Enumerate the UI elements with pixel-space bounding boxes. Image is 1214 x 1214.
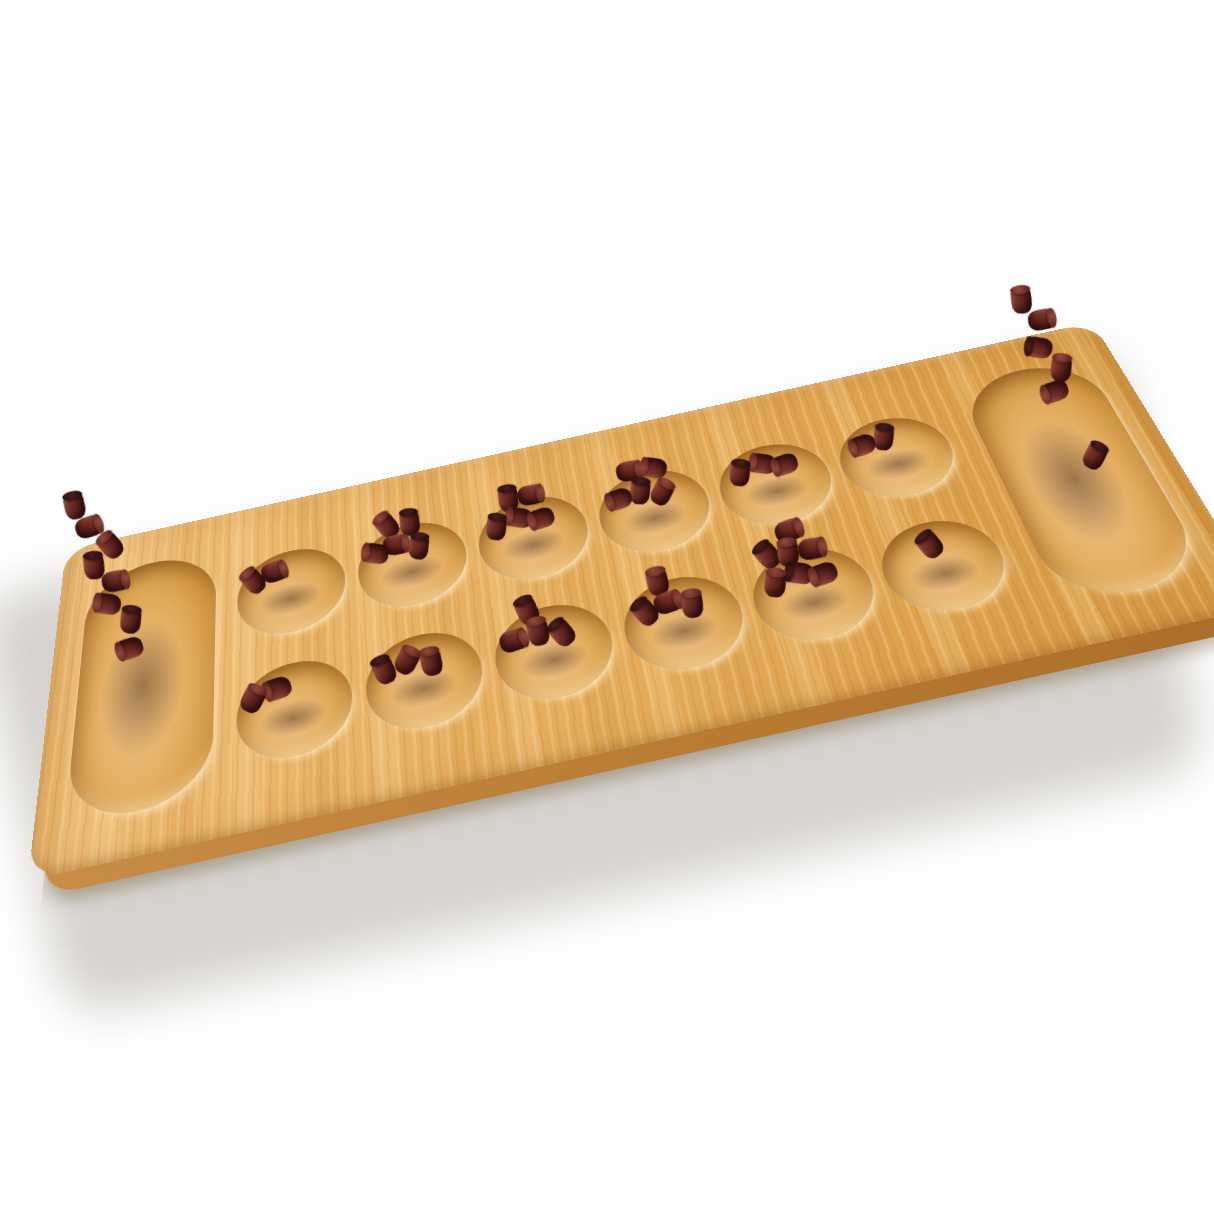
seed (497, 626, 531, 655)
seed (368, 651, 399, 686)
pit-bottom-1[interactable] (236, 650, 355, 768)
seed-cluster (859, 440, 1009, 590)
seed (100, 568, 132, 593)
seed (647, 475, 677, 508)
seed (729, 458, 751, 487)
pit-bottom-6[interactable] (868, 511, 1020, 622)
seed (544, 614, 579, 650)
seed (1009, 284, 1032, 314)
seed (1080, 438, 1111, 473)
seed (91, 592, 122, 616)
seed (61, 489, 87, 521)
pit-bottom-5[interactable] (742, 539, 887, 651)
seed (112, 634, 145, 662)
seed-cluster (206, 585, 356, 735)
seed (1026, 307, 1058, 332)
pit-bottom-3[interactable] (489, 594, 621, 709)
seed (516, 483, 546, 507)
seed-cluster (337, 556, 487, 706)
seed (408, 531, 430, 560)
seed-cluster (35, 460, 204, 714)
seed (796, 535, 829, 561)
store-left (65, 548, 217, 827)
seed-cluster (598, 498, 748, 648)
seed (912, 526, 947, 562)
seed (846, 432, 878, 459)
seed (485, 512, 507, 541)
seed (360, 542, 390, 565)
seed (638, 456, 668, 479)
seed-cluster (975, 252, 1144, 506)
seed (602, 486, 634, 513)
seed (1037, 377, 1070, 405)
seed-cluster (467, 527, 617, 677)
pit-bottom-2[interactable] (363, 622, 488, 739)
seed (1023, 335, 1054, 359)
product-photo-scene (0, 0, 1214, 1214)
seed (764, 567, 788, 598)
seed (119, 604, 142, 634)
seed-cluster (728, 469, 878, 619)
pit-bottom-4[interactable] (616, 566, 754, 680)
seed (680, 587, 704, 618)
seed (418, 644, 445, 677)
